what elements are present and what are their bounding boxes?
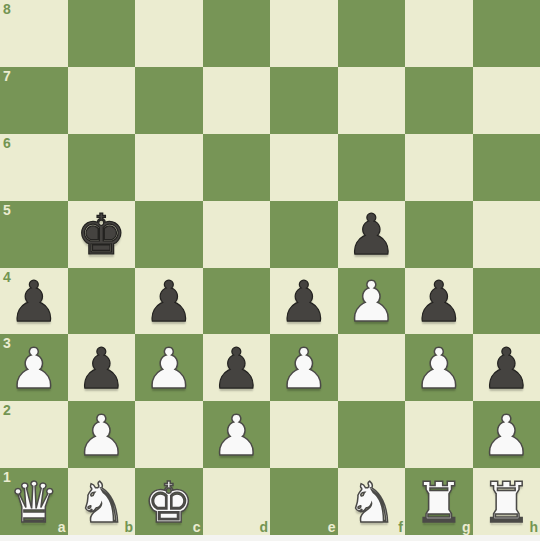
square-a8[interactable]: 8 — [0, 0, 68, 67]
piece-black-pawn[interactable]: ♟ — [203, 334, 271, 401]
rank-label-8: 8 — [3, 2, 11, 16]
piece-white-pawn[interactable]: ♟ — [473, 401, 540, 468]
square-e2[interactable] — [270, 401, 338, 468]
square-f8[interactable] — [338, 0, 406, 67]
piece-black-pawn[interactable]: ♟ — [473, 334, 540, 401]
square-c8[interactable] — [135, 0, 203, 67]
square-f6[interactable] — [338, 134, 406, 201]
square-g3[interactable]: ♟ — [405, 334, 473, 401]
file-label-d: d — [259, 520, 268, 534]
square-f2[interactable] — [338, 401, 406, 468]
square-b8[interactable] — [68, 0, 136, 67]
chess-board-container: 8765♚♟4♟♟♟♟♟3♟♟♟♟♟♟♟2♟♟♟1a♛b♞c♚def♞g♜h♜ — [0, 0, 540, 541]
rank-label-6: 6 — [3, 136, 11, 150]
square-b1[interactable]: b♞ — [68, 468, 136, 535]
piece-black-pawn[interactable]: ♟ — [68, 334, 136, 401]
square-f3[interactable] — [338, 334, 406, 401]
piece-white-rook[interactable]: ♜ — [405, 468, 473, 535]
square-g1[interactable]: g♜ — [405, 468, 473, 535]
square-h6[interactable] — [473, 134, 540, 201]
square-g7[interactable] — [405, 67, 473, 134]
piece-white-pawn[interactable]: ♟ — [135, 334, 203, 401]
square-d5[interactable] — [203, 201, 271, 268]
square-g4[interactable]: ♟ — [405, 268, 473, 335]
square-c2[interactable] — [135, 401, 203, 468]
square-h5[interactable] — [473, 201, 540, 268]
rank-label-7: 7 — [3, 69, 11, 83]
piece-black-pawn[interactable]: ♟ — [135, 268, 203, 335]
square-e4[interactable]: ♟ — [270, 268, 338, 335]
square-c1[interactable]: c♚ — [135, 468, 203, 535]
square-a7[interactable]: 7 — [0, 67, 68, 134]
piece-white-knight[interactable]: ♞ — [68, 468, 136, 535]
piece-white-queen[interactable]: ♛ — [0, 468, 68, 535]
square-a5[interactable]: 5 — [0, 201, 68, 268]
square-e7[interactable] — [270, 67, 338, 134]
bottom-strip — [0, 535, 540, 541]
piece-white-pawn[interactable]: ♟ — [203, 401, 271, 468]
square-b7[interactable] — [68, 67, 136, 134]
square-g6[interactable] — [405, 134, 473, 201]
square-c5[interactable] — [135, 201, 203, 268]
piece-black-pawn[interactable]: ♟ — [0, 268, 68, 335]
square-a6[interactable]: 6 — [0, 134, 68, 201]
square-c7[interactable] — [135, 67, 203, 134]
piece-white-pawn[interactable]: ♟ — [0, 334, 68, 401]
square-c3[interactable]: ♟ — [135, 334, 203, 401]
square-d1[interactable]: d — [203, 468, 271, 535]
square-h3[interactable]: ♟ — [473, 334, 540, 401]
square-e5[interactable] — [270, 201, 338, 268]
square-e1[interactable]: e — [270, 468, 338, 535]
square-e8[interactable] — [270, 0, 338, 67]
square-d8[interactable] — [203, 0, 271, 67]
square-b3[interactable]: ♟ — [68, 334, 136, 401]
piece-white-knight[interactable]: ♞ — [338, 468, 406, 535]
file-label-e: e — [328, 520, 336, 534]
chess-board: 8765♚♟4♟♟♟♟♟3♟♟♟♟♟♟♟2♟♟♟1a♛b♞c♚def♞g♜h♜ — [0, 0, 540, 535]
square-c6[interactable] — [135, 134, 203, 201]
piece-black-king[interactable]: ♚ — [68, 201, 136, 268]
square-f4[interactable]: ♟ — [338, 268, 406, 335]
square-d2[interactable]: ♟ — [203, 401, 271, 468]
square-h2[interactable]: ♟ — [473, 401, 540, 468]
square-b5[interactable]: ♚ — [68, 201, 136, 268]
square-e3[interactable]: ♟ — [270, 334, 338, 401]
square-d3[interactable]: ♟ — [203, 334, 271, 401]
piece-black-pawn[interactable]: ♟ — [338, 201, 406, 268]
piece-white-pawn[interactable]: ♟ — [338, 268, 406, 335]
piece-black-pawn[interactable]: ♟ — [270, 268, 338, 335]
piece-white-pawn[interactable]: ♟ — [68, 401, 136, 468]
square-h7[interactable] — [473, 67, 540, 134]
square-a1[interactable]: 1a♛ — [0, 468, 68, 535]
square-d4[interactable] — [203, 268, 271, 335]
rank-label-5: 5 — [3, 203, 11, 217]
piece-white-rook[interactable]: ♜ — [473, 468, 540, 535]
square-g8[interactable] — [405, 0, 473, 67]
square-g5[interactable] — [405, 201, 473, 268]
piece-white-pawn[interactable]: ♟ — [270, 334, 338, 401]
piece-white-king[interactable]: ♚ — [135, 468, 203, 535]
rank-label-2: 2 — [3, 403, 11, 417]
square-h1[interactable]: h♜ — [473, 468, 540, 535]
square-d7[interactable] — [203, 67, 271, 134]
square-c4[interactable]: ♟ — [135, 268, 203, 335]
square-f7[interactable] — [338, 67, 406, 134]
square-h4[interactable] — [473, 268, 540, 335]
square-b2[interactable]: ♟ — [68, 401, 136, 468]
square-a3[interactable]: 3♟ — [0, 334, 68, 401]
square-a4[interactable]: 4♟ — [0, 268, 68, 335]
square-g2[interactable] — [405, 401, 473, 468]
square-f5[interactable]: ♟ — [338, 201, 406, 268]
square-e6[interactable] — [270, 134, 338, 201]
square-d6[interactable] — [203, 134, 271, 201]
square-b6[interactable] — [68, 134, 136, 201]
square-h8[interactable] — [473, 0, 540, 67]
piece-black-pawn[interactable]: ♟ — [405, 268, 473, 335]
square-a2[interactable]: 2 — [0, 401, 68, 468]
square-b4[interactable] — [68, 268, 136, 335]
square-f1[interactable]: f♞ — [338, 468, 406, 535]
piece-white-pawn[interactable]: ♟ — [405, 334, 473, 401]
